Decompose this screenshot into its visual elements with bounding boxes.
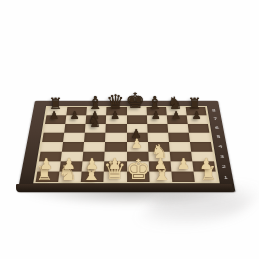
square-h4 xyxy=(190,142,213,151)
square-c1 xyxy=(81,171,104,182)
rank-label-8: 8 xyxy=(212,109,216,112)
square-a5 xyxy=(42,133,64,142)
square-d7 xyxy=(106,115,126,124)
square-h8 xyxy=(186,107,207,115)
square-e3 xyxy=(127,151,149,161)
square-g8 xyxy=(166,107,187,115)
square-c4 xyxy=(84,142,106,151)
square-f4 xyxy=(148,142,170,151)
rank-label-3: 3 xyxy=(220,155,225,159)
square-b1 xyxy=(58,171,82,182)
square-a2 xyxy=(37,161,61,171)
square-b6 xyxy=(64,124,85,133)
rank-label-6: 6 xyxy=(215,126,220,129)
square-a4 xyxy=(41,142,64,151)
square-e6 xyxy=(127,124,148,133)
square-d6 xyxy=(106,124,127,133)
square-f2 xyxy=(148,161,171,171)
square-g1 xyxy=(171,171,195,182)
square-b7 xyxy=(65,115,86,124)
square-b2 xyxy=(60,161,83,171)
square-c3 xyxy=(83,151,105,161)
square-a8 xyxy=(46,107,67,115)
square-d5 xyxy=(105,133,126,142)
square-h5 xyxy=(189,133,211,142)
square-c7 xyxy=(86,115,107,124)
rank-label-5: 5 xyxy=(216,135,221,138)
square-b5 xyxy=(63,133,85,142)
square-a7 xyxy=(45,115,66,124)
square-d8 xyxy=(106,107,126,115)
square-f8 xyxy=(146,107,166,115)
square-a1 xyxy=(36,171,60,182)
square-f3 xyxy=(148,151,170,161)
square-f1 xyxy=(149,171,172,182)
square-d3 xyxy=(105,151,127,161)
board-squares-grid xyxy=(36,107,218,182)
chessboard-product-photo: abcdefgh 12345678 ♜♝♛♚♝♞♜♟♟♟♟♟♟♟♞♟♟♞♟♟♟♟… xyxy=(0,0,259,259)
square-a3 xyxy=(39,151,62,161)
square-h6 xyxy=(188,124,210,133)
square-c2 xyxy=(82,161,105,171)
square-c6 xyxy=(85,124,106,133)
square-b4 xyxy=(62,142,84,151)
square-e2 xyxy=(127,161,149,171)
square-f5 xyxy=(147,133,168,142)
square-d2 xyxy=(104,161,126,171)
rank-label-4: 4 xyxy=(218,145,223,149)
square-b3 xyxy=(61,151,84,161)
square-e8 xyxy=(127,107,147,115)
square-g2 xyxy=(170,161,193,171)
square-h7 xyxy=(187,115,208,124)
square-h3 xyxy=(191,151,214,161)
square-d1 xyxy=(104,171,127,182)
square-g5 xyxy=(168,133,190,142)
square-e1 xyxy=(127,171,150,182)
square-g6 xyxy=(167,124,188,133)
board-front-edge xyxy=(16,184,232,192)
square-g3 xyxy=(169,151,192,161)
square-g7 xyxy=(167,115,188,124)
board-inner-border xyxy=(33,106,220,183)
square-f7 xyxy=(147,115,168,124)
square-e4 xyxy=(127,142,148,151)
square-c5 xyxy=(84,133,105,142)
square-e7 xyxy=(127,115,147,124)
square-a6 xyxy=(44,124,66,133)
rank-label-2: 2 xyxy=(221,165,226,169)
rank-label-7: 7 xyxy=(213,117,218,120)
square-f6 xyxy=(147,124,168,133)
rank-label-1: 1 xyxy=(223,176,228,180)
square-g4 xyxy=(169,142,191,151)
square-e5 xyxy=(127,133,148,142)
square-h2 xyxy=(192,161,216,171)
square-b8 xyxy=(66,107,87,115)
chess-board: abcdefgh 12345678 xyxy=(17,101,235,193)
square-h1 xyxy=(193,171,217,182)
square-c8 xyxy=(86,107,106,115)
square-d4 xyxy=(105,142,126,151)
